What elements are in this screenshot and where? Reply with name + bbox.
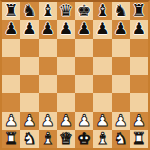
square-b4[interactable] xyxy=(20,75,38,93)
piece-white-pawn[interactable]: ♟ xyxy=(4,112,18,128)
piece-black-pawn[interactable]: ♟ xyxy=(59,21,73,37)
piece-white-pawn[interactable]: ♟ xyxy=(95,112,109,128)
square-a7[interactable]: ♟ xyxy=(2,20,20,38)
piece-white-rook[interactable]: ♜ xyxy=(4,130,18,146)
piece-white-king[interactable]: ♚ xyxy=(77,130,91,146)
piece-white-pawn[interactable]: ♟ xyxy=(113,112,127,128)
square-a2[interactable]: ♟ xyxy=(2,112,20,130)
square-b3[interactable] xyxy=(20,93,38,111)
square-g5[interactable] xyxy=(112,57,130,75)
square-c8[interactable]: ♝ xyxy=(39,2,57,20)
piece-white-knight[interactable]: ♞ xyxy=(22,130,36,146)
square-f7[interactable]: ♟ xyxy=(93,20,111,38)
square-g4[interactable] xyxy=(112,75,130,93)
square-h5[interactable] xyxy=(130,57,148,75)
square-d6[interactable] xyxy=(57,39,75,57)
square-a8[interactable]: ♜ xyxy=(2,2,20,20)
square-b2[interactable]: ♟ xyxy=(20,112,38,130)
piece-white-pawn[interactable]: ♟ xyxy=(22,112,36,128)
square-b1[interactable]: ♞ xyxy=(20,130,38,148)
square-e5[interactable] xyxy=(75,57,93,75)
square-e1[interactable]: ♚ xyxy=(75,130,93,148)
piece-white-pawn[interactable]: ♟ xyxy=(132,112,146,128)
piece-white-pawn[interactable]: ♟ xyxy=(59,112,73,128)
piece-black-knight[interactable]: ♞ xyxy=(113,3,127,19)
piece-black-bishop[interactable]: ♝ xyxy=(95,3,109,19)
square-h4[interactable] xyxy=(130,75,148,93)
piece-white-bishop[interactable]: ♝ xyxy=(95,130,109,146)
square-d2[interactable]: ♟ xyxy=(57,112,75,130)
square-e4[interactable] xyxy=(75,75,93,93)
piece-white-pawn[interactable]: ♟ xyxy=(40,112,54,128)
square-d5[interactable] xyxy=(57,57,75,75)
piece-black-pawn[interactable]: ♟ xyxy=(40,21,54,37)
square-b6[interactable] xyxy=(20,39,38,57)
square-a3[interactable] xyxy=(2,93,20,111)
square-f5[interactable] xyxy=(93,57,111,75)
square-c3[interactable] xyxy=(39,93,57,111)
piece-white-queen[interactable]: ♛ xyxy=(59,130,73,146)
square-d1[interactable]: ♛ xyxy=(57,130,75,148)
square-d3[interactable] xyxy=(57,93,75,111)
square-c1[interactable]: ♝ xyxy=(39,130,57,148)
square-e8[interactable]: ♚ xyxy=(75,2,93,20)
piece-white-bishop[interactable]: ♝ xyxy=(40,130,54,146)
square-b8[interactable]: ♞ xyxy=(20,2,38,20)
piece-white-rook[interactable]: ♜ xyxy=(132,130,146,146)
square-e3[interactable] xyxy=(75,93,93,111)
piece-black-queen[interactable]: ♛ xyxy=(59,3,73,19)
square-c7[interactable]: ♟ xyxy=(39,20,57,38)
piece-black-knight[interactable]: ♞ xyxy=(22,3,36,19)
square-c5[interactable] xyxy=(39,57,57,75)
piece-black-bishop[interactable]: ♝ xyxy=(40,3,54,19)
square-d8[interactable]: ♛ xyxy=(57,2,75,20)
square-f8[interactable]: ♝ xyxy=(93,2,111,20)
square-e7[interactable]: ♟ xyxy=(75,20,93,38)
square-h1[interactable]: ♜ xyxy=(130,130,148,148)
piece-black-pawn[interactable]: ♟ xyxy=(77,21,91,37)
square-b5[interactable] xyxy=(20,57,38,75)
square-g7[interactable]: ♟ xyxy=(112,20,130,38)
piece-black-pawn[interactable]: ♟ xyxy=(95,21,109,37)
square-c2[interactable]: ♟ xyxy=(39,112,57,130)
square-d4[interactable] xyxy=(57,75,75,93)
square-h8[interactable]: ♜ xyxy=(130,2,148,20)
square-b7[interactable]: ♟ xyxy=(20,20,38,38)
square-f4[interactable] xyxy=(93,75,111,93)
square-g8[interactable]: ♞ xyxy=(112,2,130,20)
piece-black-pawn[interactable]: ♟ xyxy=(22,21,36,37)
piece-white-pawn[interactable]: ♟ xyxy=(77,112,91,128)
square-g6[interactable] xyxy=(112,39,130,57)
square-c6[interactable] xyxy=(39,39,57,57)
square-f6[interactable] xyxy=(93,39,111,57)
square-e2[interactable]: ♟ xyxy=(75,112,93,130)
piece-black-pawn[interactable]: ♟ xyxy=(132,21,146,37)
square-h6[interactable] xyxy=(130,39,148,57)
piece-black-pawn[interactable]: ♟ xyxy=(4,21,18,37)
square-f2[interactable]: ♟ xyxy=(93,112,111,130)
square-f3[interactable] xyxy=(93,93,111,111)
square-f1[interactable]: ♝ xyxy=(93,130,111,148)
square-a6[interactable] xyxy=(2,39,20,57)
square-a4[interactable] xyxy=(2,75,20,93)
square-h2[interactable]: ♟ xyxy=(130,112,148,130)
square-a5[interactable] xyxy=(2,57,20,75)
piece-black-rook[interactable]: ♜ xyxy=(4,3,18,19)
square-d7[interactable]: ♟ xyxy=(57,20,75,38)
square-g3[interactable] xyxy=(112,93,130,111)
square-c4[interactable] xyxy=(39,75,57,93)
square-h7[interactable]: ♟ xyxy=(130,20,148,38)
chess-board: ♜♞♝♛♚♝♞♜♟♟♟♟♟♟♟♟♟♟♟♟♟♟♟♟♜♞♝♛♚♝♞♜ xyxy=(0,0,150,150)
piece-black-rook[interactable]: ♜ xyxy=(132,3,146,19)
square-g2[interactable]: ♟ xyxy=(112,112,130,130)
square-a1[interactable]: ♜ xyxy=(2,130,20,148)
square-e6[interactable] xyxy=(75,39,93,57)
piece-white-knight[interactable]: ♞ xyxy=(113,130,127,146)
piece-black-pawn[interactable]: ♟ xyxy=(113,21,127,37)
piece-black-king[interactable]: ♚ xyxy=(77,3,91,19)
square-g1[interactable]: ♞ xyxy=(112,130,130,148)
square-h3[interactable] xyxy=(130,93,148,111)
